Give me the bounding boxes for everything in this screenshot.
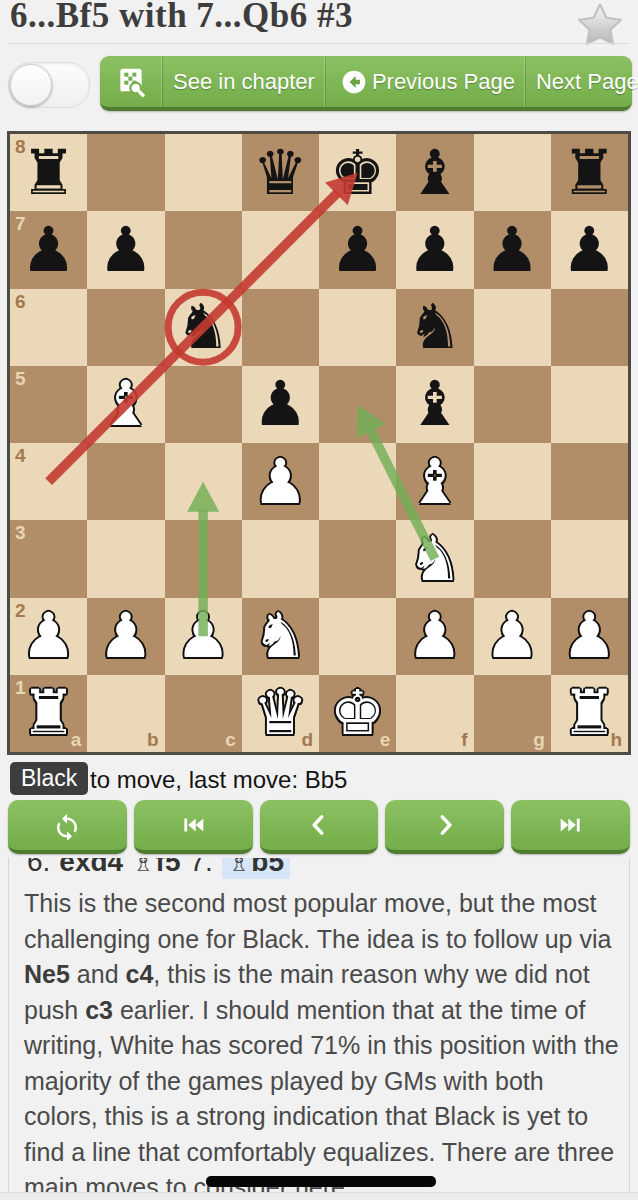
nav-bar — [0, 796, 638, 858]
square-g2[interactable]: ♟ — [474, 598, 551, 675]
article-paragraph: This is the second most popular move, bu… — [24, 886, 624, 1200]
rank-label-5: 5 — [15, 368, 26, 390]
piece-white-king-e1: ♚ — [330, 682, 386, 744]
piece-white-pawn-h2: ♟ — [562, 605, 618, 667]
square-h7[interactable]: ♟ — [551, 211, 628, 288]
file-label-e: e — [380, 729, 391, 751]
see-in-chapter-icon-button[interactable] — [100, 56, 163, 107]
bold-move-reference: c4 — [125, 960, 153, 988]
article-text: This is the second most popular move, bu… — [24, 889, 611, 953]
home-indicator — [206, 1176, 436, 1187]
square-c4[interactable] — [165, 443, 242, 520]
square-f5[interactable]: ♝ — [396, 366, 473, 443]
board-grid: 8♜♛♚♝♜7♟♟♟♟♟♟6♞♞5♝♟♝4♟♝3♞2♟♟♟♞♟♟♟1a♜bcd♛… — [10, 134, 628, 752]
square-d7[interactable] — [242, 211, 319, 288]
piece-white-pawn-d4: ♟ — [253, 451, 309, 513]
square-g4[interactable] — [474, 443, 551, 520]
previous-page-label: Previous Page — [372, 69, 515, 95]
content-right-border — [629, 858, 630, 1200]
square-c6[interactable]: ♞ — [165, 289, 242, 366]
piece-white-pawn-a2: ♟ — [21, 605, 77, 667]
rank-label-4: 4 — [15, 445, 26, 467]
piece-black-pawn-a7: ♟ — [21, 219, 77, 281]
piece-white-bishop-b5: ♝ — [98, 373, 154, 435]
page: 6...Bf5 with 7...Qb6 #3 — [0, 0, 638, 1200]
square-g5[interactable] — [474, 366, 551, 443]
square-a5[interactable]: 5 — [10, 366, 87, 443]
square-c7[interactable] — [165, 211, 242, 288]
status-text: to move, last move: Bb5 — [90, 766, 347, 794]
piece-white-pawn-g2: ♟ — [484, 605, 540, 667]
piece-white-knight-f3: ♞ — [407, 528, 463, 590]
square-e1[interactable]: e♚ — [319, 675, 396, 752]
square-g6[interactable] — [474, 289, 551, 366]
next-page-label: Next Page — [536, 69, 638, 95]
square-d8[interactable]: ♛ — [242, 134, 319, 211]
square-b5[interactable]: ♝ — [87, 366, 164, 443]
square-g8[interactable] — [474, 134, 551, 211]
square-e3[interactable] — [319, 520, 396, 597]
square-a7[interactable]: 7♟ — [10, 211, 87, 288]
piece-black-pawn-f7: ♟ — [407, 219, 463, 281]
skip-to-start-icon — [177, 812, 209, 838]
piece-white-rook-a1: ♜ — [21, 682, 77, 744]
square-e6[interactable] — [319, 289, 396, 366]
square-e4[interactable] — [319, 443, 396, 520]
piece-black-queen-d8: ♛ — [253, 142, 309, 204]
piece-white-pawn-c2: ♟ — [175, 605, 231, 667]
square-d4[interactable]: ♟ — [242, 443, 319, 520]
square-h2[interactable]: ♟ — [551, 598, 628, 675]
square-a3[interactable]: 3 — [10, 520, 87, 597]
square-c3[interactable] — [165, 520, 242, 597]
square-f6[interactable]: ♞ — [396, 289, 473, 366]
step-forward-button[interactable] — [385, 800, 504, 854]
see-in-chapter-button[interactable]: See in chapter — [163, 56, 326, 107]
article-text: earlier. I should mention that at the ti… — [24, 996, 619, 1200]
page-title: 6...Bf5 with 7...Qb6 #3 — [10, 0, 353, 36]
square-b6[interactable] — [87, 289, 164, 366]
square-b7[interactable]: ♟ — [87, 211, 164, 288]
rank-label-1: 1 — [15, 677, 26, 699]
square-c5[interactable] — [165, 366, 242, 443]
square-h4[interactable] — [551, 443, 628, 520]
piece-black-pawn-e7: ♟ — [330, 219, 386, 281]
piece-white-pawn-f2: ♟ — [407, 605, 463, 667]
header-divider — [8, 43, 630, 44]
piece-black-knight-c6: ♞ — [175, 296, 231, 358]
square-a1[interactable]: 1a♜ — [10, 675, 87, 752]
square-c2[interactable]: ♟ — [165, 598, 242, 675]
square-h6[interactable] — [551, 289, 628, 366]
see-in-chapter-label: See in chapter — [173, 69, 315, 95]
square-a2[interactable]: 2♟ — [10, 598, 87, 675]
square-c8[interactable] — [165, 134, 242, 211]
square-f3[interactable]: ♞ — [396, 520, 473, 597]
content-left-border — [8, 858, 9, 1200]
square-f2[interactable]: ♟ — [396, 598, 473, 675]
chapter-board-icon — [115, 66, 147, 98]
skip-to-end-icon — [555, 812, 587, 838]
rank-label-6: 6 — [15, 291, 26, 313]
rank-label-8: 8 — [15, 136, 26, 158]
square-e8[interactable]: ♚ — [319, 134, 396, 211]
square-h5[interactable] — [551, 366, 628, 443]
refresh-button[interactable] — [8, 800, 127, 854]
square-d5[interactable]: ♟ — [242, 366, 319, 443]
bold-move-reference: c3 — [85, 996, 113, 1024]
file-label-g: g — [533, 729, 545, 751]
piece-black-king-e8: ♚ — [330, 142, 386, 204]
square-e7[interactable]: ♟ — [319, 211, 396, 288]
file-label-a: a — [71, 729, 82, 751]
file-label-c: c — [225, 729, 236, 751]
step-back-button[interactable] — [260, 800, 379, 854]
piece-black-knight-f6: ♞ — [407, 296, 463, 358]
piece-white-queen-d1: ♛ — [253, 682, 309, 744]
file-label-d: d — [301, 729, 313, 751]
square-c1[interactable]: c — [165, 675, 242, 752]
square-a4[interactable]: 4 — [10, 443, 87, 520]
piece-white-bishop-f4: ♝ — [407, 451, 463, 513]
square-f7[interactable]: ♟ — [396, 211, 473, 288]
square-d3[interactable] — [242, 520, 319, 597]
square-b1[interactable]: b — [87, 675, 164, 752]
toggle-knob — [10, 64, 52, 106]
piece-black-bishop-f5: ♝ — [407, 373, 463, 435]
piece-black-rook-h8: ♜ — [562, 142, 618, 204]
chess-board: 8♜♛♚♝♜7♟♟♟♟♟♟6♞♞5♝♟♝4♟♝3♞2♟♟♟♞♟♟♟1a♜bcd♛… — [7, 131, 631, 755]
piece-black-pawn-b7: ♟ — [98, 219, 154, 281]
toolbar: See in chapter Previous Page Next Page — [100, 56, 632, 111]
bold-move-reference: Ne5 — [24, 960, 70, 988]
square-h8[interactable]: ♜ — [551, 134, 628, 211]
previous-page-button[interactable]: Previous Page — [326, 56, 526, 107]
rank-label-2: 2 — [15, 600, 26, 622]
square-h1[interactable]: h♜ — [551, 675, 628, 752]
refresh-icon — [52, 810, 82, 840]
square-d2[interactable]: ♞ — [242, 598, 319, 675]
skip-to-end-button[interactable] — [511, 800, 630, 854]
square-a6[interactable]: 6 — [10, 289, 87, 366]
piece-white-pawn-b2: ♟ — [98, 605, 154, 667]
file-label-b: b — [147, 729, 159, 751]
rank-label-3: 3 — [15, 522, 26, 544]
square-g3[interactable] — [474, 520, 551, 597]
square-b2[interactable]: ♟ — [87, 598, 164, 675]
status-badge: Black — [10, 762, 88, 795]
square-h3[interactable] — [551, 520, 628, 597]
article-text: and — [70, 960, 126, 988]
piece-white-knight-d2: ♞ — [253, 605, 309, 667]
bottom-strip — [0, 1193, 638, 1200]
square-g7[interactable]: ♟ — [474, 211, 551, 288]
square-b3[interactable] — [87, 520, 164, 597]
next-page-button[interactable]: Next Page — [526, 56, 638, 107]
square-d6[interactable] — [242, 289, 319, 366]
square-g1[interactable]: g — [474, 675, 551, 752]
square-e5[interactable] — [319, 366, 396, 443]
square-f8[interactable]: ♝ — [396, 134, 473, 211]
piece-black-rook-a8: ♜ — [21, 142, 77, 204]
file-label-f: f — [461, 729, 467, 751]
square-a8[interactable]: 8♜ — [10, 134, 87, 211]
file-label-h: h — [610, 729, 622, 751]
square-b4[interactable] — [87, 443, 164, 520]
piece-black-bishop-f8: ♝ — [407, 142, 463, 204]
board-toggle-switch[interactable] — [8, 62, 90, 108]
square-b8[interactable] — [87, 134, 164, 211]
square-f1[interactable]: f — [396, 675, 473, 752]
piece-black-pawn-d5: ♟ — [253, 373, 309, 435]
piece-black-pawn-h7: ♟ — [562, 219, 618, 281]
piece-white-rook-h1: ♜ — [562, 682, 618, 744]
chevron-left-icon — [306, 812, 332, 838]
square-e2[interactable] — [319, 598, 396, 675]
chevron-right-icon — [432, 812, 458, 838]
previous-circle-arrow-icon — [341, 69, 367, 95]
square-d1[interactable]: d♛ — [242, 675, 319, 752]
piece-black-pawn-g7: ♟ — [484, 219, 540, 281]
square-f4[interactable]: ♝ — [396, 443, 473, 520]
rank-label-7: 7 — [15, 213, 26, 235]
skip-to-start-button[interactable] — [134, 800, 253, 854]
